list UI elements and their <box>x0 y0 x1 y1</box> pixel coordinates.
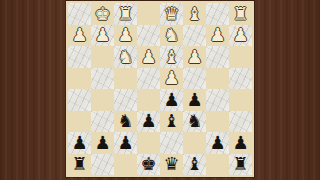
piece-bQ-d8[interactable]: ♛ <box>163 155 179 173</box>
square-e4[interactable] <box>137 68 160 90</box>
square-f8[interactable] <box>114 154 137 176</box>
square-a4[interactable] <box>229 68 252 90</box>
piece-bP-a7[interactable]: ♟ <box>232 134 248 152</box>
piece-bP-c5[interactable]: ♟ <box>186 91 202 109</box>
square-f6[interactable]: ♞ <box>114 111 137 133</box>
piece-wP-f2[interactable]: ♟ <box>117 26 133 44</box>
square-c6[interactable]: ♞ <box>183 111 206 133</box>
board-frame: ♚♜♛♝♜♟♟♟♞♟♟♞♟♝♟♟♟♟♞♟♝♞♟♟♟♟♟♜♚♛♝♜ <box>66 1 254 177</box>
square-a3[interactable] <box>229 46 252 68</box>
square-d5[interactable]: ♟ <box>160 89 183 111</box>
piece-bP-e6[interactable]: ♟ <box>140 112 156 130</box>
square-e1[interactable] <box>137 3 160 25</box>
square-h6[interactable] <box>68 111 91 133</box>
square-f1[interactable]: ♜ <box>114 3 137 25</box>
piece-bP-h7[interactable]: ♟ <box>71 134 87 152</box>
piece-wP-b2[interactable]: ♟ <box>209 26 225 44</box>
piece-wQ-d1[interactable]: ♛ <box>163 5 179 23</box>
square-d1[interactable]: ♛ <box>160 3 183 25</box>
piece-wN-f3[interactable]: ♞ <box>117 48 133 66</box>
square-e8[interactable]: ♚ <box>137 154 160 176</box>
square-e6[interactable]: ♟ <box>137 111 160 133</box>
square-b8[interactable] <box>206 154 229 176</box>
square-h3[interactable] <box>68 46 91 68</box>
wood-background: ♚♜♛♝♜♟♟♟♞♟♟♞♟♝♟♟♟♟♞♟♝♞♟♟♟♟♟♜♚♛♝♜ <box>0 0 320 180</box>
square-h5[interactable] <box>68 89 91 111</box>
square-g6[interactable] <box>91 111 114 133</box>
square-d4[interactable]: ♟ <box>160 68 183 90</box>
square-c1[interactable]: ♝ <box>183 3 206 25</box>
square-f3[interactable]: ♞ <box>114 46 137 68</box>
square-c7[interactable] <box>183 132 206 154</box>
piece-wB-d3[interactable]: ♝ <box>163 48 179 66</box>
square-c3[interactable]: ♟ <box>183 46 206 68</box>
piece-wP-d4[interactable]: ♟ <box>163 69 179 87</box>
piece-wP-e3[interactable]: ♟ <box>140 48 156 66</box>
piece-bP-g7[interactable]: ♟ <box>94 134 110 152</box>
piece-wN-d2[interactable]: ♞ <box>163 26 179 44</box>
piece-wK-g1[interactable]: ♚ <box>94 5 110 23</box>
piece-bR-a8[interactable]: ♜ <box>232 155 248 173</box>
piece-bN-c6[interactable]: ♞ <box>186 112 202 130</box>
square-b7[interactable]: ♟ <box>206 132 229 154</box>
square-f2[interactable]: ♟ <box>114 25 137 47</box>
square-c4[interactable] <box>183 68 206 90</box>
square-f4[interactable] <box>114 68 137 90</box>
square-c5[interactable]: ♟ <box>183 89 206 111</box>
square-e3[interactable]: ♟ <box>137 46 160 68</box>
piece-bP-d5[interactable]: ♟ <box>163 91 179 109</box>
piece-wR-a1[interactable]: ♜ <box>232 5 248 23</box>
square-b2[interactable]: ♟ <box>206 25 229 47</box>
square-a8[interactable]: ♜ <box>229 154 252 176</box>
square-g2[interactable]: ♟ <box>91 25 114 47</box>
square-b1[interactable] <box>206 3 229 25</box>
square-h1[interactable] <box>68 3 91 25</box>
piece-wP-a2[interactable]: ♟ <box>232 26 248 44</box>
piece-bP-b7[interactable]: ♟ <box>209 134 225 152</box>
square-d2[interactable]: ♞ <box>160 25 183 47</box>
square-g1[interactable]: ♚ <box>91 3 114 25</box>
piece-bB-c8[interactable]: ♝ <box>186 155 202 173</box>
square-h4[interactable] <box>68 68 91 90</box>
square-a5[interactable] <box>229 89 252 111</box>
piece-wP-h2[interactable]: ♟ <box>71 26 87 44</box>
square-a6[interactable] <box>229 111 252 133</box>
square-g3[interactable] <box>91 46 114 68</box>
piece-wP-g2[interactable]: ♟ <box>94 26 110 44</box>
square-c2[interactable] <box>183 25 206 47</box>
piece-wR-f1[interactable]: ♜ <box>117 5 133 23</box>
square-h2[interactable]: ♟ <box>68 25 91 47</box>
square-b3[interactable] <box>206 46 229 68</box>
piece-wB-c1[interactable]: ♝ <box>186 5 202 23</box>
piece-bB-d6[interactable]: ♝ <box>163 112 179 130</box>
square-h8[interactable]: ♜ <box>68 154 91 176</box>
square-g7[interactable]: ♟ <box>91 132 114 154</box>
chess-board: ♚♜♛♝♜♟♟♟♞♟♟♞♟♝♟♟♟♟♞♟♝♞♟♟♟♟♟♜♚♛♝♜ <box>68 3 252 175</box>
square-a7[interactable]: ♟ <box>229 132 252 154</box>
piece-wP-c3[interactable]: ♟ <box>186 48 202 66</box>
square-g5[interactable] <box>91 89 114 111</box>
square-b4[interactable] <box>206 68 229 90</box>
piece-bR-h8[interactable]: ♜ <box>71 155 87 173</box>
square-d3[interactable]: ♝ <box>160 46 183 68</box>
square-c8[interactable]: ♝ <box>183 154 206 176</box>
piece-bN-f6[interactable]: ♞ <box>117 112 133 130</box>
piece-bP-f7[interactable]: ♟ <box>117 134 133 152</box>
square-d8[interactable]: ♛ <box>160 154 183 176</box>
square-e7[interactable] <box>137 132 160 154</box>
square-b5[interactable] <box>206 89 229 111</box>
square-b6[interactable] <box>206 111 229 133</box>
square-d7[interactable] <box>160 132 183 154</box>
square-f7[interactable]: ♟ <box>114 132 137 154</box>
square-f5[interactable] <box>114 89 137 111</box>
square-e2[interactable] <box>137 25 160 47</box>
square-a2[interactable]: ♟ <box>229 25 252 47</box>
square-a1[interactable]: ♜ <box>229 3 252 25</box>
square-g8[interactable] <box>91 154 114 176</box>
square-g4[interactable] <box>91 68 114 90</box>
square-d6[interactable]: ♝ <box>160 111 183 133</box>
square-h7[interactable]: ♟ <box>68 132 91 154</box>
square-e5[interactable] <box>137 89 160 111</box>
piece-bK-e8[interactable]: ♚ <box>140 155 156 173</box>
